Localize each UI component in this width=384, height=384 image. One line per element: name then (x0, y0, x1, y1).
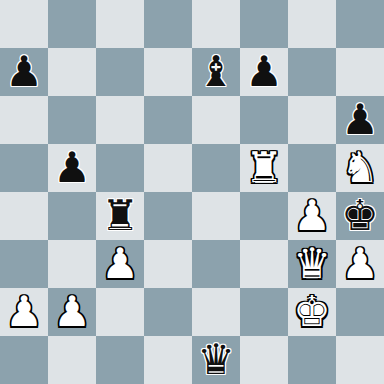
square-a5[interactable] (0, 144, 48, 192)
square-g8[interactable] (288, 0, 336, 48)
square-g5[interactable] (288, 144, 336, 192)
white-rook-icon[interactable]: ♜ (245, 144, 283, 192)
black-king-icon[interactable]: ♚ (341, 192, 379, 240)
square-b1[interactable] (48, 336, 96, 384)
square-c3[interactable]: ♟ (96, 240, 144, 288)
square-g3[interactable]: ♛ (288, 240, 336, 288)
square-f7[interactable]: ♟ (240, 48, 288, 96)
white-pawn-icon[interactable]: ♟ (53, 288, 91, 336)
square-a8[interactable] (0, 0, 48, 48)
square-h1[interactable] (336, 336, 384, 384)
black-rook-icon[interactable]: ♜ (101, 192, 139, 240)
square-h5[interactable]: ♞ (336, 144, 384, 192)
square-c4[interactable]: ♜ (96, 192, 144, 240)
square-g7[interactable] (288, 48, 336, 96)
white-king-icon[interactable]: ♚ (293, 288, 331, 336)
square-b4[interactable] (48, 192, 96, 240)
square-f5[interactable]: ♜ (240, 144, 288, 192)
square-e2[interactable] (192, 288, 240, 336)
square-h8[interactable] (336, 0, 384, 48)
white-pawn-icon[interactable]: ♟ (5, 288, 43, 336)
square-a1[interactable] (0, 336, 48, 384)
black-pawn-icon[interactable]: ♟ (5, 48, 43, 96)
square-h2[interactable] (336, 288, 384, 336)
square-b6[interactable] (48, 96, 96, 144)
square-g2[interactable]: ♚ (288, 288, 336, 336)
black-pawn-icon[interactable]: ♟ (245, 48, 283, 96)
square-e5[interactable] (192, 144, 240, 192)
white-pawn-icon[interactable]: ♟ (101, 240, 139, 288)
square-c6[interactable] (96, 96, 144, 144)
square-b3[interactable] (48, 240, 96, 288)
white-pawn-icon[interactable]: ♟ (293, 192, 331, 240)
square-c7[interactable] (96, 48, 144, 96)
square-b5[interactable]: ♟ (48, 144, 96, 192)
white-knight-icon[interactable]: ♞ (341, 144, 379, 192)
square-f3[interactable] (240, 240, 288, 288)
square-d2[interactable] (144, 288, 192, 336)
black-pawn-icon[interactable]: ♟ (341, 96, 379, 144)
square-a4[interactable] (0, 192, 48, 240)
square-h4[interactable]: ♚ (336, 192, 384, 240)
black-pawn-icon[interactable]: ♟ (53, 144, 91, 192)
square-e7[interactable]: ♝ (192, 48, 240, 96)
square-a6[interactable] (0, 96, 48, 144)
square-a3[interactable] (0, 240, 48, 288)
square-h6[interactable]: ♟ (336, 96, 384, 144)
square-f6[interactable] (240, 96, 288, 144)
square-c8[interactable] (96, 0, 144, 48)
square-f1[interactable] (240, 336, 288, 384)
square-h7[interactable] (336, 48, 384, 96)
square-a2[interactable]: ♟ (0, 288, 48, 336)
square-d7[interactable] (144, 48, 192, 96)
white-pawn-icon[interactable]: ♟ (341, 240, 379, 288)
black-queen-icon[interactable]: ♛ (197, 336, 235, 384)
square-e3[interactable] (192, 240, 240, 288)
square-d1[interactable] (144, 336, 192, 384)
square-f2[interactable] (240, 288, 288, 336)
white-queen-icon[interactable]: ♛ (293, 240, 331, 288)
square-d5[interactable] (144, 144, 192, 192)
square-e6[interactable] (192, 96, 240, 144)
chess-board: ♟♝♟♟♟♜♞♜♟♚♟♛♟♟♟♚♛ (0, 0, 384, 384)
square-g6[interactable] (288, 96, 336, 144)
square-e4[interactable] (192, 192, 240, 240)
square-b2[interactable]: ♟ (48, 288, 96, 336)
square-b8[interactable] (48, 0, 96, 48)
square-c1[interactable] (96, 336, 144, 384)
square-a7[interactable]: ♟ (0, 48, 48, 96)
square-e8[interactable] (192, 0, 240, 48)
square-e1[interactable]: ♛ (192, 336, 240, 384)
square-h3[interactable]: ♟ (336, 240, 384, 288)
square-f8[interactable] (240, 0, 288, 48)
square-d3[interactable] (144, 240, 192, 288)
square-c2[interactable] (96, 288, 144, 336)
square-f4[interactable] (240, 192, 288, 240)
square-g4[interactable]: ♟ (288, 192, 336, 240)
square-d8[interactable] (144, 0, 192, 48)
square-d4[interactable] (144, 192, 192, 240)
square-b7[interactable] (48, 48, 96, 96)
black-bishop-icon[interactable]: ♝ (197, 48, 235, 96)
square-d6[interactable] (144, 96, 192, 144)
square-g1[interactable] (288, 336, 336, 384)
square-c5[interactable] (96, 144, 144, 192)
